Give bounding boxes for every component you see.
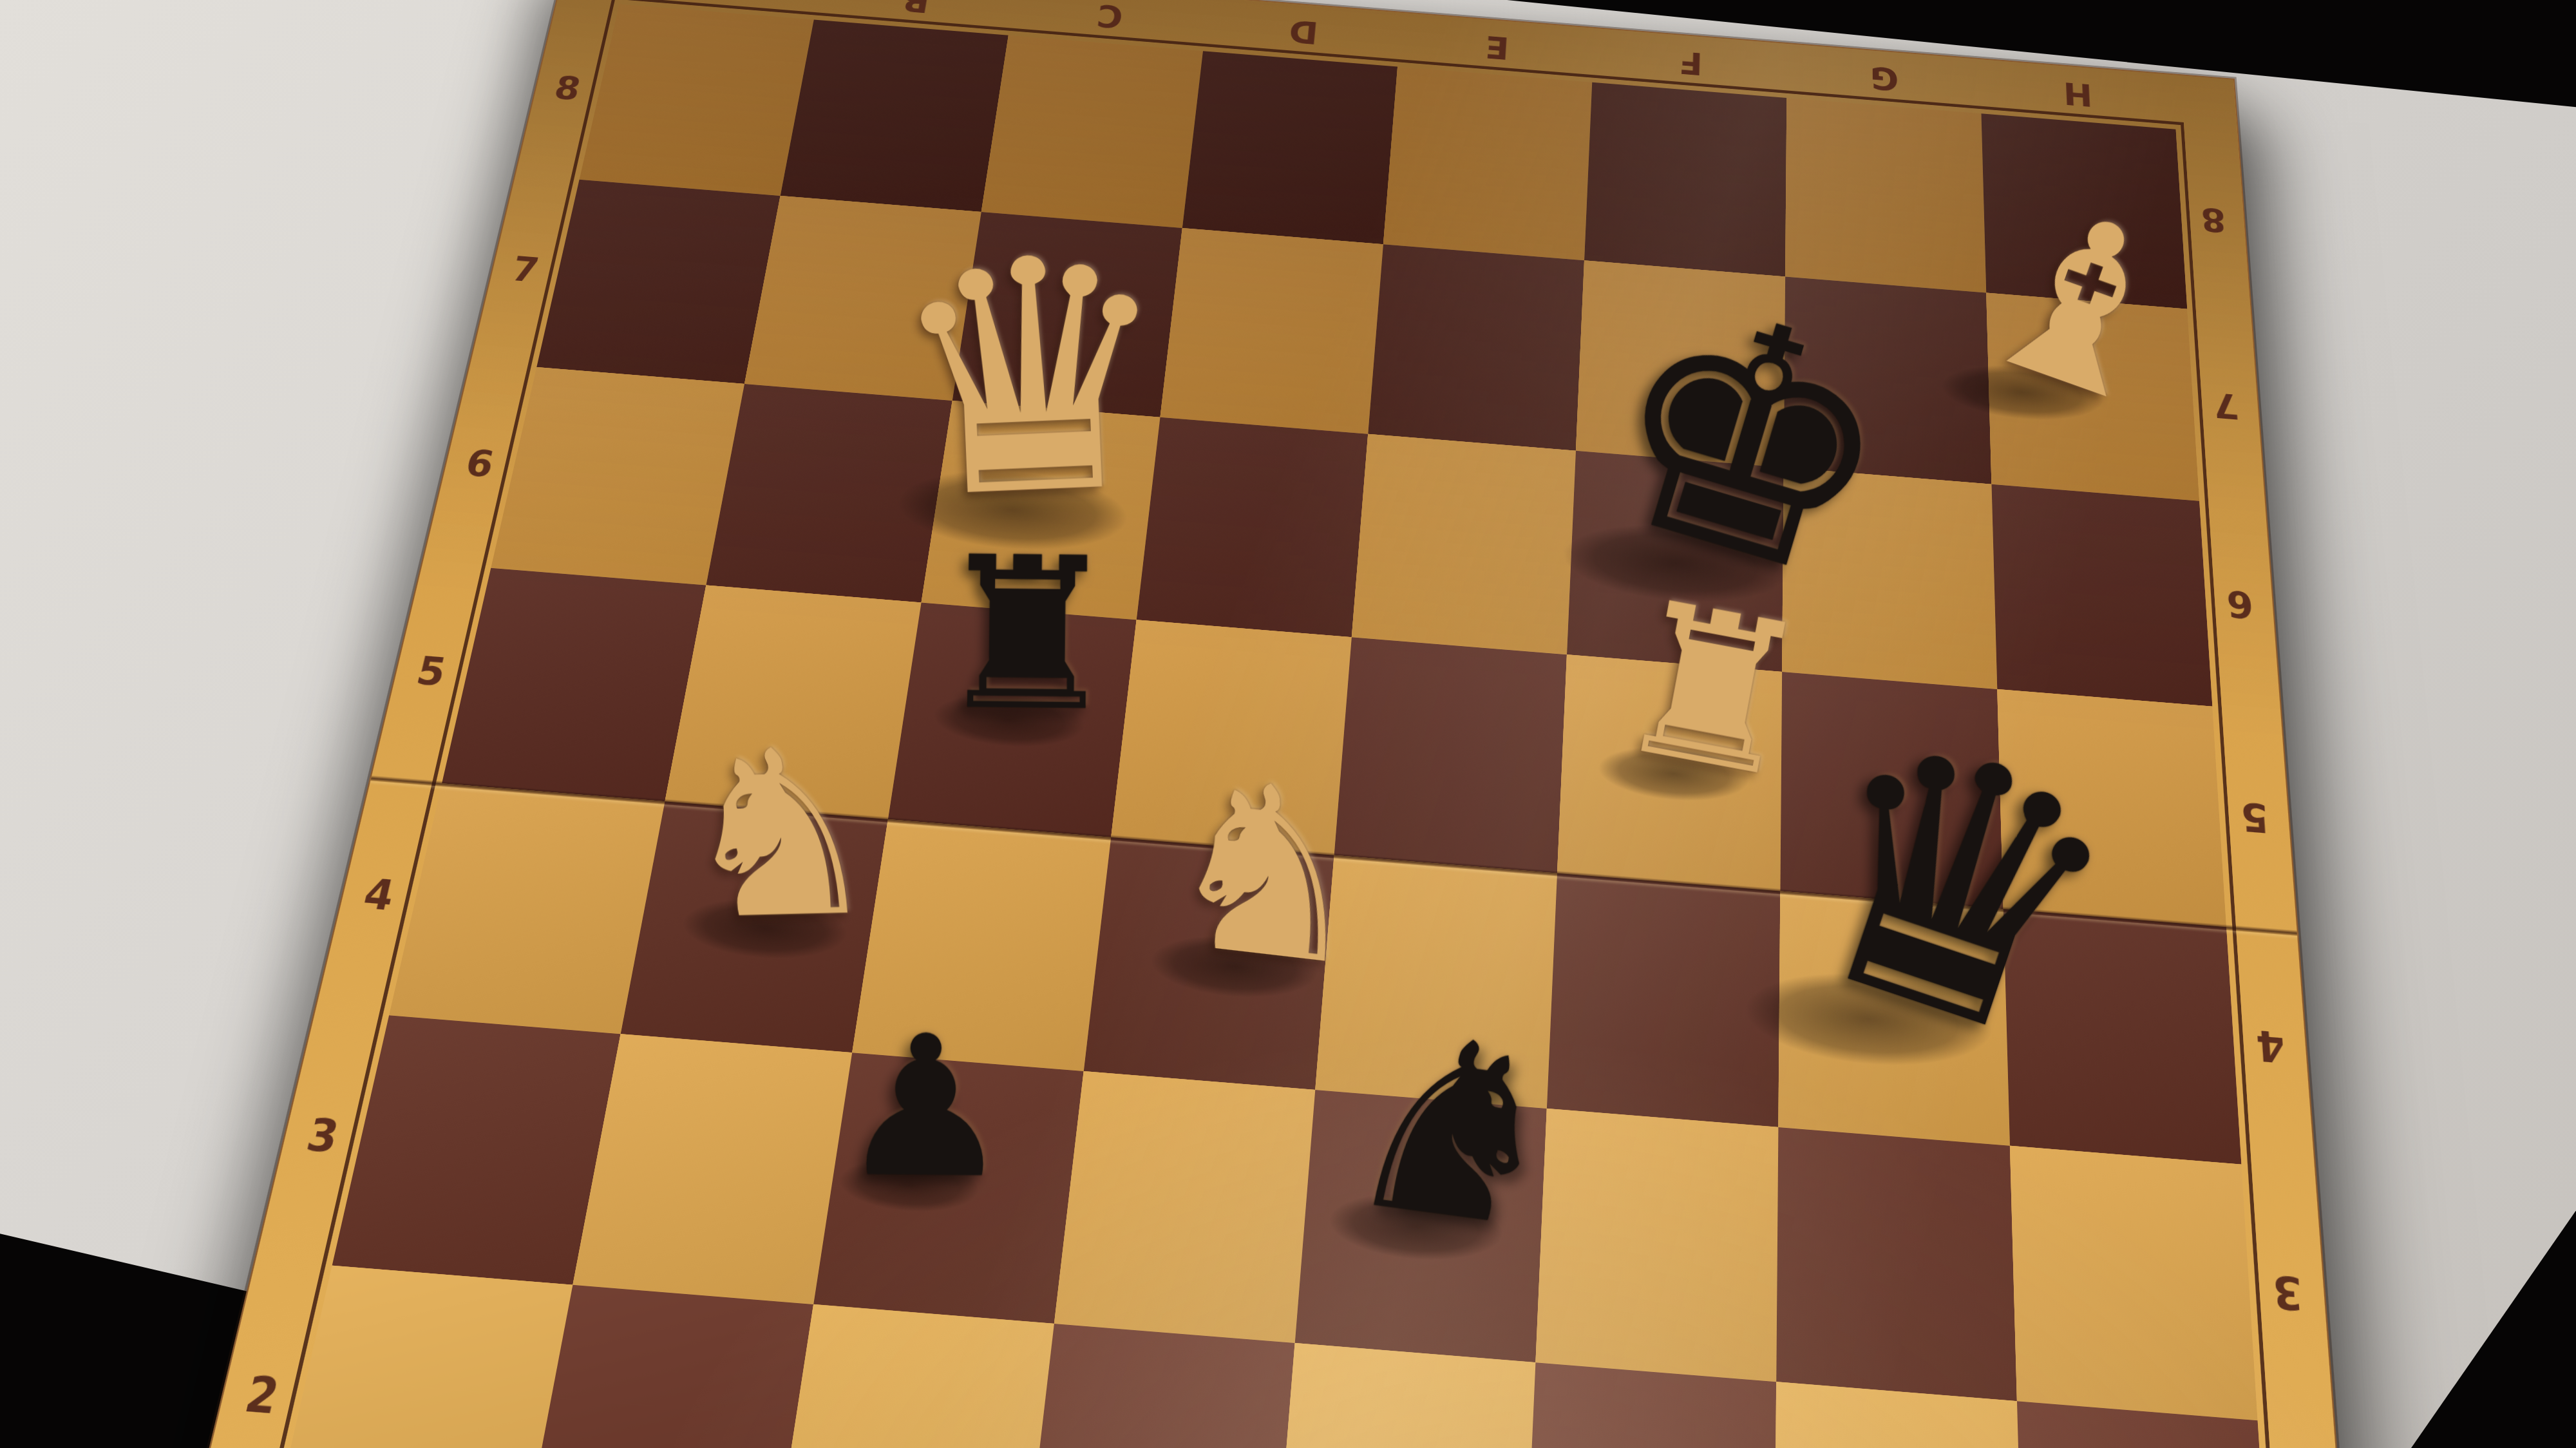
square-e2[interactable] xyxy=(1273,1343,1535,1448)
black-pawn-c3[interactable]: ♟ xyxy=(837,1009,1013,1205)
photo-viewport: 88AA77BB66CC55DD44EE33FF22GG11HH♛♝♜♞♞♚♛♜… xyxy=(0,0,2576,1448)
square-a8[interactable] xyxy=(580,4,814,196)
black-rook-c5[interactable]: ♜ xyxy=(933,528,1122,740)
file-label-top-c: C xyxy=(1009,0,1209,51)
square-b3[interactable] xyxy=(573,1034,852,1304)
square-g8[interactable] xyxy=(1785,98,1986,292)
square-e6[interactable] xyxy=(1352,434,1576,654)
rank-label-right-6: 6 xyxy=(2199,501,2280,712)
square-b2[interactable] xyxy=(521,1285,813,1448)
white-knight-b4[interactable]: ♞ xyxy=(675,719,885,953)
square-c2[interactable] xyxy=(772,1304,1054,1448)
square-d3[interactable] xyxy=(1054,1071,1315,1343)
square-h6[interactable] xyxy=(1991,484,2212,707)
black-knight-e3[interactable]: ♞ xyxy=(1330,996,1577,1265)
square-d2[interactable] xyxy=(1022,1324,1294,1448)
square-f3[interactable] xyxy=(1535,1109,1778,1382)
square-a5[interactable] xyxy=(442,568,706,801)
white-queen-c6[interactable]: ♛ xyxy=(882,213,1182,544)
square-e8[interactable] xyxy=(1383,66,1592,260)
square-g3[interactable] xyxy=(1776,1127,2017,1401)
white-rook-f5[interactable]: ♜ xyxy=(1601,569,1824,810)
white-knight-d4[interactable]: ♞ xyxy=(1151,745,1385,1000)
square-a3[interactable] xyxy=(332,1015,621,1285)
square-f4[interactable] xyxy=(1547,873,1781,1127)
square-a2[interactable] xyxy=(270,1266,573,1448)
square-d7[interactable] xyxy=(1160,228,1383,434)
square-e7[interactable] xyxy=(1368,244,1584,451)
square-b8[interactable] xyxy=(781,20,1009,212)
square-a4[interactable] xyxy=(389,783,665,1034)
square-h3[interactable] xyxy=(2010,1146,2258,1421)
square-a7[interactable] xyxy=(536,180,780,384)
square-d8[interactable] xyxy=(1182,51,1397,244)
rank-label-right-7: 7 xyxy=(2187,309,2265,506)
